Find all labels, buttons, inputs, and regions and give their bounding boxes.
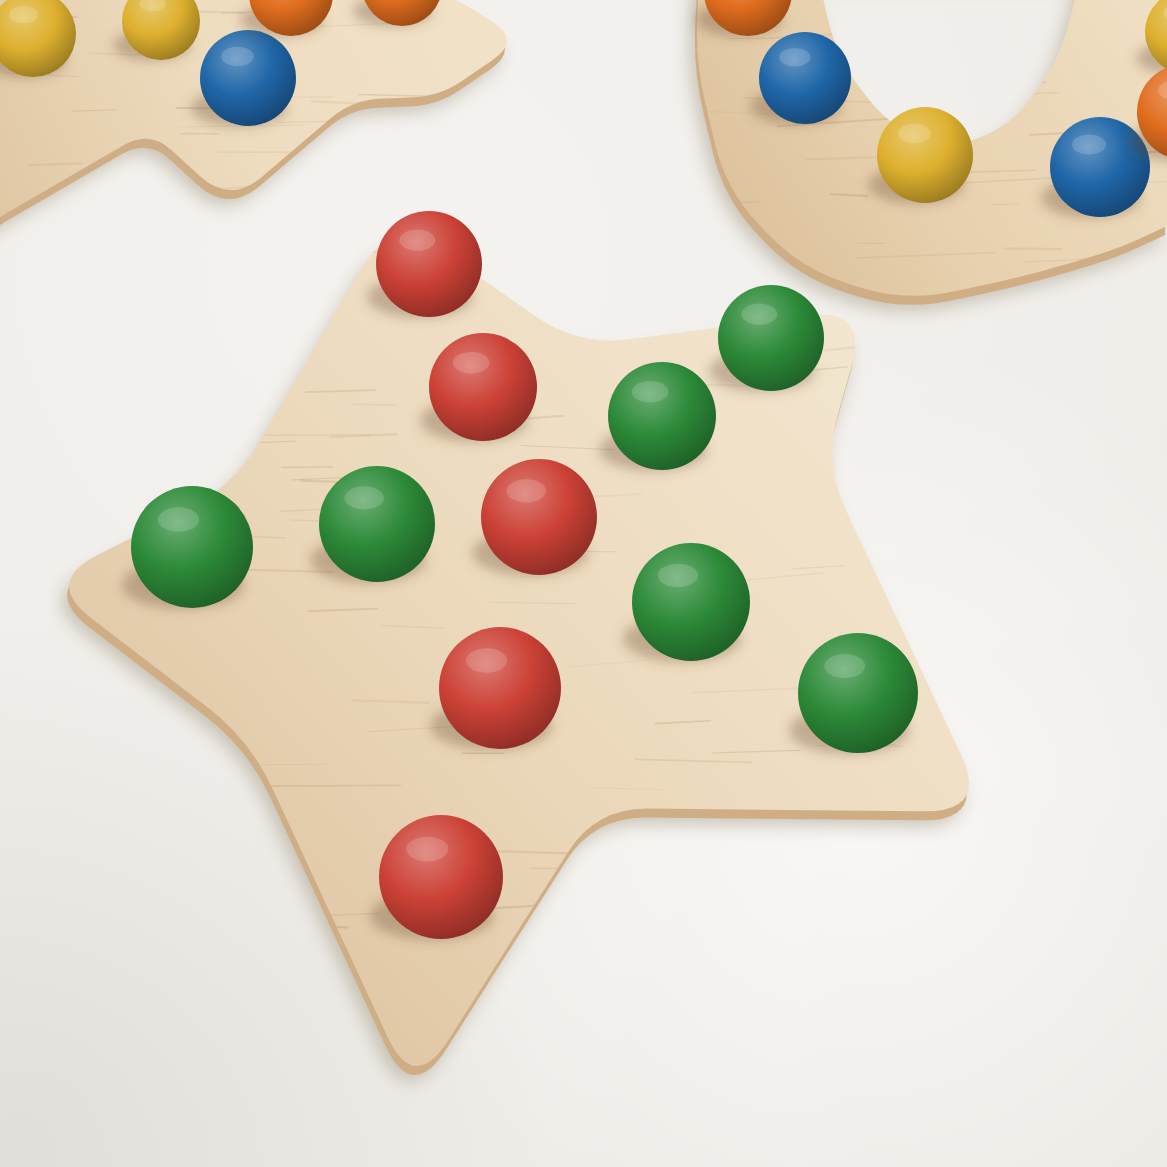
red-ball-face: [481, 459, 597, 575]
ball-highlight: [406, 837, 448, 862]
red-ball-face: [376, 211, 482, 317]
blue-ball-face: [200, 30, 296, 126]
scene-svg: [0, 0, 1167, 1167]
ball-highlight: [824, 654, 865, 678]
green-ball-face: [798, 633, 918, 753]
ball-highlight: [632, 381, 669, 403]
red-ball-face: [429, 333, 537, 441]
green-ball-face: [718, 285, 824, 391]
yellow-ball[interactable]: [0, 0, 76, 78]
red-ball-face: [379, 815, 503, 939]
ball-highlight: [9, 6, 38, 23]
ball-highlight: [507, 479, 546, 502]
ball-highlight: [399, 230, 435, 251]
blue-ball-face: [759, 32, 851, 124]
ball-highlight: [345, 486, 384, 509]
red-ball-face: [439, 627, 561, 749]
ball-highlight: [453, 352, 490, 374]
green-ball-face: [131, 486, 253, 608]
yellow-ball-face: [877, 107, 973, 203]
ball-highlight: [898, 124, 931, 143]
yellow-ball[interactable]: [113, 0, 200, 61]
ball-highlight: [741, 304, 777, 325]
green-ball-face: [608, 362, 716, 470]
ball-highlight: [466, 648, 507, 672]
green-ball-face: [632, 543, 750, 661]
ball-highlight: [1072, 135, 1106, 155]
ball-highlight: [158, 507, 199, 531]
ball-highlight: [779, 48, 810, 66]
toy-photo-scene: [0, 0, 1167, 1167]
ball-highlight: [221, 47, 254, 66]
green-ball-face: [319, 466, 435, 582]
ball-highlight: [658, 564, 698, 588]
